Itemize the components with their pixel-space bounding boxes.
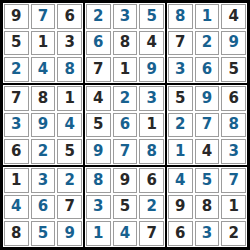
sudoku-cell-r1c7[interactable]: 8 — [168, 4, 193, 29]
sudoku-cell-r7c6[interactable]: 6 — [139, 168, 164, 193]
sudoku-cell-r7c8[interactable]: 5 — [195, 168, 220, 193]
sudoku-cell-r1c8[interactable]: 1 — [195, 4, 220, 29]
sudoku-cell-r7c9[interactable]: 7 — [221, 168, 246, 193]
sudoku-box-4: 781394625 — [2, 84, 84, 166]
sudoku-cell-r4c9[interactable]: 6 — [221, 86, 246, 111]
sudoku-cell-r3c9[interactable]: 5 — [221, 57, 246, 82]
sudoku-cell-r7c2[interactable]: 3 — [31, 168, 56, 193]
sudoku-cell-r6c5[interactable]: 7 — [113, 139, 138, 164]
sudoku-cell-r8c2[interactable]: 6 — [31, 195, 56, 220]
sudoku-cell-r7c4[interactable]: 8 — [86, 168, 111, 193]
sudoku-cell-r1c6[interactable]: 5 — [139, 4, 164, 29]
sudoku-box-7: 132467859 — [2, 166, 84, 248]
sudoku-cell-r6c9[interactable]: 3 — [221, 139, 246, 164]
sudoku-cell-r6c1[interactable]: 6 — [4, 139, 29, 164]
sudoku-cell-r2c8[interactable]: 2 — [195, 31, 220, 56]
sudoku-cell-r6c6[interactable]: 8 — [139, 139, 164, 164]
sudoku-cell-r3c4[interactable]: 7 — [86, 57, 111, 82]
sudoku-cell-r7c1[interactable]: 1 — [4, 168, 29, 193]
sudoku-cell-r4c3[interactable]: 1 — [57, 86, 82, 111]
sudoku-cell-r9c9[interactable]: 2 — [221, 221, 246, 246]
sudoku-cell-r6c4[interactable]: 9 — [86, 139, 111, 164]
sudoku-cell-r4c8[interactable]: 9 — [195, 86, 220, 111]
sudoku-cell-r8c6[interactable]: 2 — [139, 195, 164, 220]
sudoku-cell-r1c4[interactable]: 2 — [86, 4, 111, 29]
sudoku-cell-r8c3[interactable]: 7 — [57, 195, 82, 220]
sudoku-cell-r4c5[interactable]: 2 — [113, 86, 138, 111]
sudoku-cell-r2c6[interactable]: 4 — [139, 31, 164, 56]
sudoku-cell-r1c1[interactable]: 9 — [4, 4, 29, 29]
sudoku-cell-r8c1[interactable]: 4 — [4, 195, 29, 220]
sudoku-cell-r8c8[interactable]: 8 — [195, 195, 220, 220]
sudoku-box-9: 457981632 — [166, 166, 248, 248]
sudoku-cell-r7c3[interactable]: 2 — [57, 168, 82, 193]
sudoku-cell-r4c6[interactable]: 3 — [139, 86, 164, 111]
sudoku-cell-r5c3[interactable]: 4 — [57, 113, 82, 138]
sudoku-cell-r3c7[interactable]: 3 — [168, 57, 193, 82]
sudoku-cell-r7c5[interactable]: 9 — [113, 168, 138, 193]
sudoku-cell-r9c7[interactable]: 6 — [168, 221, 193, 246]
sudoku-cell-r1c2[interactable]: 7 — [31, 4, 56, 29]
sudoku-cell-r9c1[interactable]: 8 — [4, 221, 29, 246]
sudoku-cell-r7c7[interactable]: 4 — [168, 168, 193, 193]
sudoku-cell-r1c3[interactable]: 6 — [57, 4, 82, 29]
sudoku-cell-r6c7[interactable]: 1 — [168, 139, 193, 164]
sudoku-box-1: 976513248 — [2, 2, 84, 84]
sudoku-cell-r5c1[interactable]: 3 — [4, 113, 29, 138]
sudoku-cell-r6c8[interactable]: 4 — [195, 139, 220, 164]
sudoku-cell-r5c5[interactable]: 6 — [113, 113, 138, 138]
sudoku-cell-r5c4[interactable]: 5 — [86, 113, 111, 138]
sudoku-cell-r4c2[interactable]: 8 — [31, 86, 56, 111]
sudoku-cell-r2c4[interactable]: 6 — [86, 31, 111, 56]
sudoku-cell-r2c2[interactable]: 1 — [31, 31, 56, 56]
sudoku-cell-r3c5[interactable]: 1 — [113, 57, 138, 82]
sudoku-cell-r9c4[interactable]: 1 — [86, 221, 111, 246]
sudoku-cell-r5c6[interactable]: 1 — [139, 113, 164, 138]
sudoku-cell-r8c7[interactable]: 9 — [168, 195, 193, 220]
sudoku-cell-r2c3[interactable]: 3 — [57, 31, 82, 56]
sudoku-cell-r2c9[interactable]: 9 — [221, 31, 246, 56]
sudoku-cell-r4c4[interactable]: 4 — [86, 86, 111, 111]
sudoku-cell-r3c3[interactable]: 8 — [57, 57, 82, 82]
sudoku-cell-r5c2[interactable]: 9 — [31, 113, 56, 138]
sudoku-cell-r4c1[interactable]: 7 — [4, 86, 29, 111]
sudoku-cell-r8c4[interactable]: 3 — [86, 195, 111, 220]
sudoku-cell-r2c7[interactable]: 7 — [168, 31, 193, 56]
sudoku-cell-r9c5[interactable]: 4 — [113, 221, 138, 246]
sudoku-cell-r3c8[interactable]: 6 — [195, 57, 220, 82]
sudoku-cell-r9c3[interactable]: 9 — [57, 221, 82, 246]
sudoku-box-6: 596278143 — [166, 84, 248, 166]
sudoku-cell-r2c1[interactable]: 5 — [4, 31, 29, 56]
sudoku-cell-r3c6[interactable]: 9 — [139, 57, 164, 82]
sudoku-box-5: 423561978 — [84, 84, 166, 166]
sudoku-cell-r8c9[interactable]: 1 — [221, 195, 246, 220]
sudoku-cell-r5c9[interactable]: 8 — [221, 113, 246, 138]
sudoku-board: 9765132482356847198147293657813946254235… — [0, 0, 250, 250]
sudoku-box-2: 235684719 — [84, 2, 166, 84]
sudoku-cell-r6c3[interactable]: 5 — [57, 139, 82, 164]
sudoku-cell-r5c8[interactable]: 7 — [195, 113, 220, 138]
sudoku-cell-r4c7[interactable]: 5 — [168, 86, 193, 111]
sudoku-cell-r5c7[interactable]: 2 — [168, 113, 193, 138]
sudoku-box-3: 814729365 — [166, 2, 248, 84]
sudoku-cell-r6c2[interactable]: 2 — [31, 139, 56, 164]
sudoku-cell-r3c2[interactable]: 4 — [31, 57, 56, 82]
sudoku-cell-r9c6[interactable]: 7 — [139, 221, 164, 246]
sudoku-cell-r9c2[interactable]: 5 — [31, 221, 56, 246]
sudoku-cell-r3c1[interactable]: 2 — [4, 57, 29, 82]
sudoku-cell-r8c5[interactable]: 5 — [113, 195, 138, 220]
sudoku-cell-r9c8[interactable]: 3 — [195, 221, 220, 246]
sudoku-cell-r2c5[interactable]: 8 — [113, 31, 138, 56]
sudoku-box-8: 896352147 — [84, 166, 166, 248]
sudoku-cell-r1c9[interactable]: 4 — [221, 4, 246, 29]
sudoku-cell-r1c5[interactable]: 3 — [113, 4, 138, 29]
